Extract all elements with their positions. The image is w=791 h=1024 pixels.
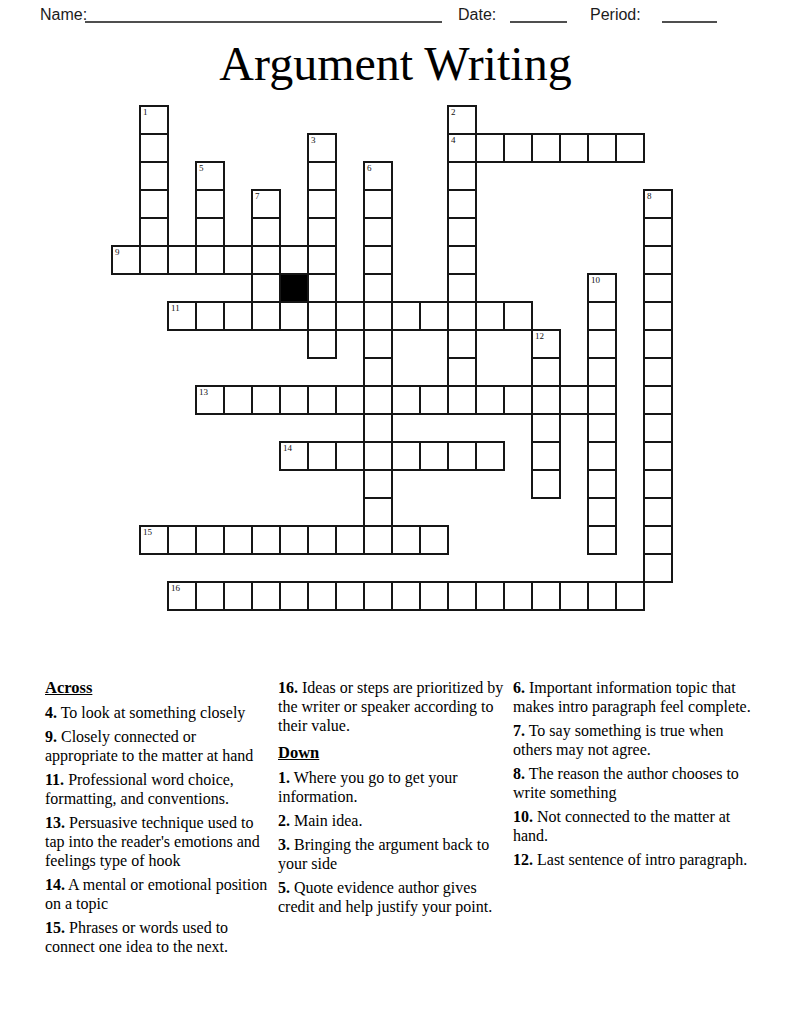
- clue-1-down: 1. Where you go to get your information.: [278, 768, 508, 806]
- cell-r5c2[interactable]: [167, 245, 197, 275]
- cell-number-5: 5: [199, 163, 204, 173]
- worksheet-page: Name: Date: Period: Argument Writing 123…: [0, 0, 791, 1024]
- cell-r3c3[interactable]: [195, 189, 225, 219]
- cell-r15c10[interactable]: [391, 525, 421, 555]
- period-label: Period:: [590, 6, 641, 24]
- cell-r1c12[interactable]: 4: [447, 133, 477, 163]
- cell-r10c19[interactable]: [643, 385, 673, 415]
- cell-r15c1[interactable]: 15: [139, 525, 169, 555]
- cell-r10c4[interactable]: [223, 385, 253, 415]
- cell-r5c4[interactable]: [223, 245, 253, 275]
- cell-r17c16[interactable]: [559, 581, 589, 611]
- cell-r15c4[interactable]: [223, 525, 253, 555]
- cell-r17c6[interactable]: [279, 581, 309, 611]
- cell-r15c17[interactable]: [587, 525, 617, 555]
- cell-r15c19[interactable]: [643, 525, 673, 555]
- cell-r15c6[interactable]: [279, 525, 309, 555]
- cell-r7c13[interactable]: [475, 301, 505, 331]
- cell-r10c16[interactable]: [559, 385, 589, 415]
- name-label: Name:: [40, 6, 87, 24]
- cell-r14c19[interactable]: [643, 497, 673, 527]
- cell-r17c11[interactable]: [419, 581, 449, 611]
- cell-r6c12[interactable]: [447, 273, 477, 303]
- cell-r12c6[interactable]: 14: [279, 441, 309, 471]
- cell-r5c19[interactable]: [643, 245, 673, 275]
- cell-number-10: 10: [591, 275, 600, 285]
- period-blank-line[interactable]: [662, 21, 717, 23]
- cell-r13c19[interactable]: [643, 469, 673, 499]
- cell-r4c7[interactable]: [307, 217, 337, 247]
- cell-number-1: 1: [143, 107, 148, 117]
- cell-r1c15[interactable]: [531, 133, 561, 163]
- cell-r12c17[interactable]: [587, 441, 617, 471]
- cell-r3c12[interactable]: [447, 189, 477, 219]
- cell-r7c7[interactable]: [307, 301, 337, 331]
- date-label: Date:: [458, 6, 496, 24]
- cell-r10c13[interactable]: [475, 385, 505, 415]
- cell-number-14: 14: [283, 443, 292, 453]
- cell-r8c15[interactable]: 12: [531, 329, 561, 359]
- cell-r13c15[interactable]: [531, 469, 561, 499]
- cell-r12c9[interactable]: [363, 441, 393, 471]
- cell-number-3: 3: [311, 135, 316, 145]
- cell-number-16: 16: [171, 583, 180, 593]
- cell-r5c0[interactable]: 9: [111, 245, 141, 275]
- cell-r17c3[interactable]: [195, 581, 225, 611]
- clue-8-down: 8. The reason the author chooses to writ…: [513, 764, 755, 802]
- clue-10-down: 10. Not connected to the matter at hand.: [513, 807, 755, 845]
- cell-number-2: 2: [451, 107, 456, 117]
- cell-r1c13[interactable]: [475, 133, 505, 163]
- cell-r3c19[interactable]: 8: [643, 189, 673, 219]
- cell-r7c10[interactable]: [391, 301, 421, 331]
- cell-r5c1[interactable]: [139, 245, 169, 275]
- cell-r4c1[interactable]: [139, 217, 169, 247]
- cell-number-6: 6: [367, 163, 372, 173]
- clue-3-down: 3. Bringing the argument back to your si…: [278, 835, 508, 873]
- cell-r2c3[interactable]: 5: [195, 161, 225, 191]
- cell-r5c12[interactable]: [447, 245, 477, 275]
- cell-number-13: 13: [199, 387, 208, 397]
- cell-r14c17[interactable]: [587, 497, 617, 527]
- cell-r0c12[interactable]: 2: [447, 105, 477, 135]
- cell-r10c15[interactable]: [531, 385, 561, 415]
- cell-r5c6[interactable]: [279, 245, 309, 275]
- cell-number-12: 12: [535, 331, 544, 341]
- cell-r12c7[interactable]: [307, 441, 337, 471]
- clue-header-across: Across: [45, 678, 269, 697]
- cell-r14c9[interactable]: [363, 497, 393, 527]
- cell-r6c19[interactable]: [643, 273, 673, 303]
- date-blank-line[interactable]: [510, 21, 567, 23]
- cell-r11c17[interactable]: [587, 413, 617, 443]
- cell-r7c8[interactable]: [335, 301, 365, 331]
- cell-r10c7[interactable]: [307, 385, 337, 415]
- clue-column-3: 6. Important information topic that make…: [513, 678, 755, 874]
- cell-r10c5[interactable]: [251, 385, 281, 415]
- cell-r17c17[interactable]: [587, 581, 617, 611]
- cell-r16c19[interactable]: [643, 553, 673, 583]
- cell-r8c12[interactable]: [447, 329, 477, 359]
- cell-number-9: 9: [115, 247, 120, 257]
- cell-r12c11[interactable]: [419, 441, 449, 471]
- cell-r2c7[interactable]: [307, 161, 337, 191]
- cell-number-7: 7: [255, 191, 260, 201]
- cell-r8c19[interactable]: [643, 329, 673, 359]
- cell-r17c2[interactable]: 16: [167, 581, 197, 611]
- cell-number-8: 8: [647, 191, 652, 201]
- cell-r17c15[interactable]: [531, 581, 561, 611]
- cell-r3c5[interactable]: 7: [251, 189, 281, 219]
- cell-r17c14[interactable]: [503, 581, 533, 611]
- cell-r10c10[interactable]: [391, 385, 421, 415]
- cell-r12c19[interactable]: [643, 441, 673, 471]
- cell-r12c13[interactable]: [475, 441, 505, 471]
- clue-column-1: Across4. To look at something closely9. …: [45, 678, 269, 961]
- cell-r17c9[interactable]: [363, 581, 393, 611]
- cell-r7c3[interactable]: [195, 301, 225, 331]
- cell-r17c7[interactable]: [307, 581, 337, 611]
- cell-r8c17[interactable]: [587, 329, 617, 359]
- cell-r15c8[interactable]: [335, 525, 365, 555]
- clue-11-across: 11. Professional word choice, formatting…: [45, 770, 269, 808]
- cell-number-15: 15: [143, 527, 152, 537]
- cell-r1c14[interactable]: [503, 133, 533, 163]
- cell-r4c5[interactable]: [251, 217, 281, 247]
- cell-r15c11[interactable]: [419, 525, 449, 555]
- cell-r3c7[interactable]: [307, 189, 337, 219]
- clue-16-across: 16. Ideas or steps are prioritized by th…: [278, 678, 508, 735]
- cell-r3c1[interactable]: [139, 189, 169, 219]
- cell-number-11: 11: [171, 303, 180, 313]
- cell-r9c15[interactable]: [531, 357, 561, 387]
- cell-r4c12[interactable]: [447, 217, 477, 247]
- clue-2-down: 2. Main idea.: [278, 811, 508, 830]
- cell-r3c9[interactable]: [363, 189, 393, 219]
- clue-4-across: 4. To look at something closely: [45, 703, 269, 722]
- clue-5-down: 5. Quote evidence author gives credit an…: [278, 878, 508, 916]
- cell-r15c5[interactable]: [251, 525, 281, 555]
- crossword-grid: 12345678910111213141516: [111, 105, 675, 613]
- cell-r7c19[interactable]: [643, 301, 673, 331]
- cell-r2c12[interactable]: [447, 161, 477, 191]
- cell-r10c17[interactable]: [587, 385, 617, 415]
- cell-r10c12[interactable]: [447, 385, 477, 415]
- cell-r1c7[interactable]: 3: [307, 133, 337, 163]
- cell-r17c10[interactable]: [391, 581, 421, 611]
- clue-column-2: 16. Ideas or steps are prioritized by th…: [278, 678, 508, 921]
- cell-r5c9[interactable]: [363, 245, 393, 275]
- clue-6-down: 6. Important information topic that make…: [513, 678, 755, 716]
- clue-header-down: Down: [278, 743, 508, 762]
- cell-r1c16[interactable]: [559, 133, 589, 163]
- clue-7-down: 7. To say something is true when others …: [513, 721, 755, 759]
- cell-r4c9[interactable]: [363, 217, 393, 247]
- cell-r15c3[interactable]: [195, 525, 225, 555]
- cell-r1c17[interactable]: [587, 133, 617, 163]
- cell-r6c9[interactable]: [363, 273, 393, 303]
- clue-12-down: 12. Last sentence of intro paragraph.: [513, 850, 755, 869]
- cell-r9c19[interactable]: [643, 357, 673, 387]
- cell-r17c4[interactable]: [223, 581, 253, 611]
- cell-r8c9[interactable]: [363, 329, 393, 359]
- clue-9-across: 9. Closely connected or appropriate to t…: [45, 727, 269, 765]
- cell-r1c18[interactable]: [615, 133, 645, 163]
- cell-r12c8[interactable]: [335, 441, 365, 471]
- cell-r7c14[interactable]: [503, 301, 533, 331]
- cell-r7c5[interactable]: [251, 301, 281, 331]
- cell-r11c15[interactable]: [531, 413, 561, 443]
- cell-r7c2[interactable]: 11: [167, 301, 197, 331]
- cell-r13c17[interactable]: [587, 469, 617, 499]
- cell-r17c12[interactable]: [447, 581, 477, 611]
- cell-r5c7[interactable]: [307, 245, 337, 275]
- cell-r12c12[interactable]: [447, 441, 477, 471]
- cell-r5c5[interactable]: [251, 245, 281, 275]
- cell-r17c5[interactable]: [251, 581, 281, 611]
- cell-r15c2[interactable]: [167, 525, 197, 555]
- cell-r12c15[interactable]: [531, 441, 561, 471]
- cell-r2c1[interactable]: [139, 161, 169, 191]
- cell-r6c17[interactable]: 10: [587, 273, 617, 303]
- cell-r9c17[interactable]: [587, 357, 617, 387]
- cell-r10c8[interactable]: [335, 385, 365, 415]
- cell-r9c12[interactable]: [447, 357, 477, 387]
- clue-13-across: 13. Persuasive technique used to tap int…: [45, 813, 269, 870]
- page-title: Argument Writing: [0, 38, 791, 90]
- cell-r7c17[interactable]: [587, 301, 617, 331]
- black-cell-r6c6: [279, 273, 309, 303]
- cell-r17c13[interactable]: [475, 581, 505, 611]
- cell-r7c11[interactable]: [419, 301, 449, 331]
- cell-r10c3[interactable]: 13: [195, 385, 225, 415]
- cell-r10c14[interactable]: [503, 385, 533, 415]
- cell-r6c7[interactable]: [307, 273, 337, 303]
- cell-r11c19[interactable]: [643, 413, 673, 443]
- cell-r7c4[interactable]: [223, 301, 253, 331]
- cell-r8c7[interactable]: [307, 329, 337, 359]
- cell-r13c9[interactable]: [363, 469, 393, 499]
- cell-r1c1[interactable]: [139, 133, 169, 163]
- cell-r15c7[interactable]: [307, 525, 337, 555]
- clue-15-across: 15. Phrases or words used to connect one…: [45, 918, 269, 956]
- cell-number-4: 4: [451, 135, 456, 145]
- cell-r15c9[interactable]: [363, 525, 393, 555]
- cell-r4c19[interactable]: [643, 217, 673, 247]
- cell-r7c12[interactable]: [447, 301, 477, 331]
- cell-r17c18[interactable]: [615, 581, 645, 611]
- cell-r10c6[interactable]: [279, 385, 309, 415]
- cell-r4c3[interactable]: [195, 217, 225, 247]
- cell-r6c5[interactable]: [251, 273, 281, 303]
- clue-14-across: 14. A mental or emotional position on a …: [45, 875, 269, 913]
- cell-r9c9[interactable]: [363, 357, 393, 387]
- cell-r7c6[interactable]: [279, 301, 309, 331]
- cell-r0c1[interactable]: 1: [139, 105, 169, 135]
- cell-r10c11[interactable]: [419, 385, 449, 415]
- cell-r17c8[interactable]: [335, 581, 365, 611]
- name-blank-line[interactable]: [85, 21, 442, 23]
- cell-r10c9[interactable]: [363, 385, 393, 415]
- cell-r12c10[interactable]: [391, 441, 421, 471]
- cell-r7c9[interactable]: [363, 301, 393, 331]
- cell-r11c9[interactable]: [363, 413, 393, 443]
- cell-r2c9[interactable]: 6: [363, 161, 393, 191]
- cell-r5c3[interactable]: [195, 245, 225, 275]
